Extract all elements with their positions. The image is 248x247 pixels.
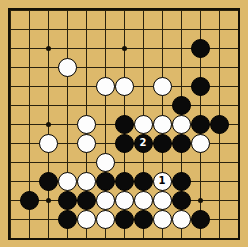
black-stone[interactable]: 2 (134, 134, 153, 153)
black-stone[interactable] (172, 134, 191, 153)
move-number-label: 1 (159, 176, 166, 186)
black-stone[interactable] (20, 191, 39, 210)
black-stone[interactable] (115, 210, 134, 229)
white-stone[interactable] (172, 210, 191, 229)
black-stone[interactable] (191, 210, 210, 229)
white-stone[interactable] (153, 77, 172, 96)
black-stone[interactable] (115, 134, 134, 153)
white-stone[interactable] (77, 172, 96, 191)
black-stone[interactable] (77, 191, 96, 210)
black-stone[interactable] (115, 115, 134, 134)
black-stone[interactable] (115, 172, 134, 191)
black-stone[interactable] (172, 191, 191, 210)
white-stone[interactable] (96, 77, 115, 96)
white-stone[interactable]: 1 (153, 172, 172, 191)
black-stone[interactable] (134, 172, 153, 191)
white-stone[interactable] (96, 153, 115, 172)
move-number-label: 2 (140, 138, 147, 148)
black-stone[interactable] (210, 115, 229, 134)
white-stone[interactable] (134, 191, 153, 210)
go-board-diagram: 21 (0, 0, 247, 247)
black-stone[interactable] (191, 39, 210, 58)
black-stone[interactable] (134, 210, 153, 229)
white-stone[interactable] (96, 210, 115, 229)
black-stone[interactable] (39, 172, 58, 191)
black-stone[interactable] (58, 191, 77, 210)
black-stone[interactable] (58, 210, 77, 229)
white-stone[interactable] (77, 134, 96, 153)
white-stone[interactable] (58, 58, 77, 77)
black-stone[interactable] (96, 172, 115, 191)
white-stone[interactable] (153, 191, 172, 210)
black-stone[interactable] (153, 134, 172, 153)
white-stone[interactable] (39, 134, 58, 153)
black-stone[interactable] (172, 96, 191, 115)
white-stone[interactable] (96, 191, 115, 210)
white-stone[interactable] (58, 172, 77, 191)
white-stone[interactable] (115, 77, 134, 96)
white-stone[interactable] (115, 191, 134, 210)
black-stone[interactable] (191, 115, 210, 134)
white-stone[interactable] (153, 115, 172, 134)
stones-layer: 21 (1, 1, 248, 247)
white-stone[interactable] (153, 210, 172, 229)
black-stone[interactable] (172, 172, 191, 191)
white-stone[interactable] (134, 115, 153, 134)
white-stone[interactable] (191, 134, 210, 153)
white-stone[interactable] (77, 115, 96, 134)
black-stone[interactable] (191, 77, 210, 96)
white-stone[interactable] (77, 210, 96, 229)
white-stone[interactable] (172, 115, 191, 134)
